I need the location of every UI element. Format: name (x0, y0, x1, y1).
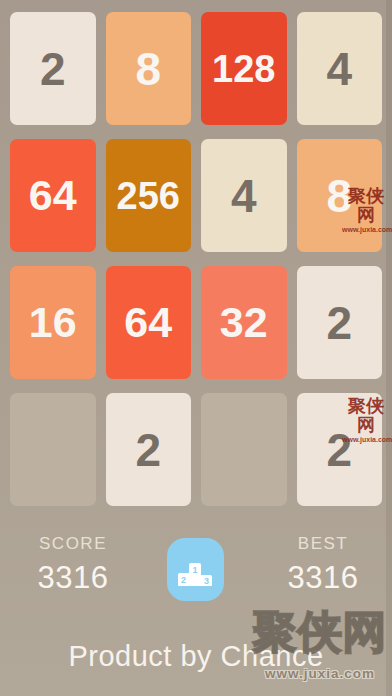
tile-64: 64 (106, 266, 192, 379)
leaderboard-podium-icon[interactable]: 2 1 3 (167, 538, 224, 601)
tile-2: 2 (297, 266, 383, 379)
score-panel: SCORE 3316 (18, 534, 128, 596)
screen-edge-shade (386, 0, 392, 696)
podium-second-place: 2 (178, 573, 189, 586)
tile-256: 256 (106, 139, 192, 252)
tile-128: 128 (201, 12, 287, 125)
tile-2: 2 (106, 393, 192, 506)
tile-64: 64 (10, 139, 96, 252)
credit-text: Product by Chance (0, 640, 392, 673)
tile-16: 16 (10, 266, 96, 379)
tile-8: 8 (106, 12, 192, 125)
empty-cell (201, 393, 287, 506)
podium-third-place: 3 (201, 575, 212, 586)
empty-cell (10, 393, 96, 506)
board-grid[interactable]: 2812846425648166432222 (10, 12, 382, 506)
tile-2: 2 (297, 393, 383, 506)
best-value: 3316 (268, 560, 378, 596)
best-panel: BEST 3316 (268, 534, 378, 596)
score-value: 3316 (18, 560, 128, 596)
podium-first-place: 1 (189, 563, 201, 586)
page-root: { "game": "2048", "position": { "grid": … (0, 0, 392, 696)
tile-32: 32 (201, 266, 287, 379)
tile-4: 4 (201, 139, 287, 252)
tile-4: 4 (297, 12, 383, 125)
tile-2: 2 (10, 12, 96, 125)
tile-8: 8 (297, 139, 383, 252)
best-label: BEST (268, 534, 378, 554)
score-label: SCORE (18, 534, 128, 554)
